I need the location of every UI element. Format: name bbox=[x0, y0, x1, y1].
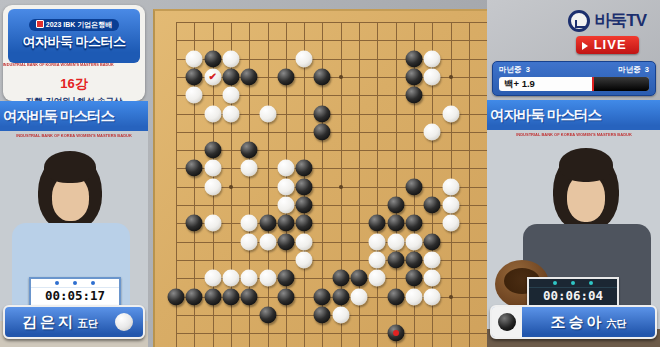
right-player-rank: 六단 bbox=[607, 317, 627, 331]
white-stone bbox=[222, 105, 239, 122]
ai-right-label: 마넌중 3 bbox=[618, 65, 649, 75]
grid-line bbox=[176, 40, 490, 41]
black-stone bbox=[168, 288, 185, 305]
grid-line bbox=[176, 168, 490, 169]
right-player-name: 조승아 bbox=[551, 313, 605, 332]
white-stone bbox=[424, 123, 441, 140]
white-stone bbox=[405, 288, 422, 305]
white-stone bbox=[424, 251, 441, 268]
white-stone bbox=[277, 197, 294, 214]
white-stone bbox=[186, 50, 203, 67]
last-move-check-mark: ✔ bbox=[208, 71, 216, 82]
black-stone bbox=[222, 68, 239, 85]
black-stone bbox=[314, 288, 331, 305]
black-stone bbox=[387, 251, 404, 268]
black-stone bbox=[186, 288, 203, 305]
black-stone bbox=[314, 105, 331, 122]
black-stone bbox=[351, 270, 368, 287]
white-stone bbox=[204, 215, 221, 232]
hoshi-point bbox=[229, 185, 233, 189]
white-stone bbox=[369, 233, 386, 250]
black-stone-icon bbox=[498, 313, 516, 331]
white-stone bbox=[369, 251, 386, 268]
black-stone bbox=[296, 178, 313, 195]
grid-line bbox=[268, 22, 269, 347]
black-stone-box bbox=[492, 307, 522, 337]
black-stone bbox=[204, 50, 221, 67]
left-player-nameplate: 김은지 五단 bbox=[3, 305, 145, 339]
grid-line bbox=[176, 22, 490, 23]
right-panel: 바둑TV LIVE 마넌중 3 마넌중 3 백+ 1.9 여자바둑 마스터스 I… bbox=[487, 0, 660, 347]
white-stone bbox=[186, 87, 203, 104]
studio-banner-right: 여자바둑 마스터스 bbox=[487, 100, 660, 130]
black-stone bbox=[405, 215, 422, 232]
ai-score-text: 백+ 1.9 bbox=[504, 78, 535, 91]
black-stone bbox=[369, 215, 386, 232]
white-stone bbox=[332, 306, 349, 323]
black-stone bbox=[296, 160, 313, 177]
black-stone bbox=[186, 160, 203, 177]
white-stone bbox=[369, 270, 386, 287]
white-stone bbox=[204, 270, 221, 287]
white-stone bbox=[259, 270, 276, 287]
ai-bar-tick bbox=[592, 77, 594, 91]
black-stone bbox=[259, 215, 276, 232]
black-stone bbox=[259, 306, 276, 323]
right-player-clock: 00:06:04 bbox=[527, 277, 619, 308]
event-pill: 2023 IBK 기업은행배 bbox=[29, 19, 120, 31]
black-stone bbox=[186, 68, 203, 85]
grid-line bbox=[176, 150, 490, 151]
black-stone bbox=[424, 233, 441, 250]
live-badge: LIVE bbox=[576, 36, 639, 54]
left-clock-time: 00:05:17 bbox=[31, 288, 119, 304]
black-stone bbox=[277, 270, 294, 287]
studio-banner-caption-right: INDUSTRIAL BANK OF KOREA WOMEN'S MASTERS… bbox=[487, 132, 660, 137]
white-stone bbox=[222, 87, 239, 104]
white-stone bbox=[277, 178, 294, 195]
white-stone bbox=[259, 105, 276, 122]
hoshi-point bbox=[339, 75, 343, 79]
white-stone bbox=[241, 160, 258, 177]
hoshi-point bbox=[449, 295, 453, 299]
white-stone bbox=[241, 215, 258, 232]
left-panel: 2023 IBK 기업은행배 여자바둑 마스터스 INDUSTRIAL BANK… bbox=[0, 0, 148, 347]
white-stone bbox=[387, 233, 404, 250]
right-clock-time: 00:06:04 bbox=[529, 288, 617, 304]
white-stone bbox=[424, 270, 441, 287]
grid-line bbox=[176, 333, 490, 334]
black-stone bbox=[277, 215, 294, 232]
black-stone bbox=[222, 288, 239, 305]
grid-line bbox=[377, 22, 378, 347]
black-stone bbox=[387, 215, 404, 232]
white-stone bbox=[424, 50, 441, 67]
white-stone bbox=[424, 288, 441, 305]
event-header-card: 2023 IBK 기업은행배 여자바둑 마스터스 INDUSTRIAL BANK… bbox=[3, 5, 145, 101]
clock-dots bbox=[529, 279, 617, 288]
white-stone bbox=[277, 160, 294, 177]
clock-dots bbox=[31, 279, 119, 288]
black-stone bbox=[277, 288, 294, 305]
white-stone bbox=[204, 178, 221, 195]
white-stone bbox=[222, 270, 239, 287]
white-stone-icon bbox=[115, 313, 133, 331]
ibk-logo-icon bbox=[36, 20, 44, 28]
channel-logo: 바둑TV LIVE bbox=[568, 9, 646, 54]
black-stone bbox=[405, 68, 422, 85]
studio-banner-left: 여자바둑 마스터스 bbox=[0, 101, 148, 131]
grid-line bbox=[176, 260, 490, 261]
white-stone bbox=[296, 233, 313, 250]
black-stone bbox=[296, 215, 313, 232]
black-stone bbox=[314, 123, 331, 140]
left-player-hair-top bbox=[44, 151, 96, 183]
white-stone bbox=[259, 233, 276, 250]
black-stone bbox=[405, 251, 422, 268]
studio-banner-caption-left: INDUSTRIAL BANK OF KOREA WOMEN'S MASTERS… bbox=[0, 133, 148, 138]
black-stone bbox=[186, 215, 203, 232]
black-stone bbox=[296, 197, 313, 214]
white-stone bbox=[204, 105, 221, 122]
white-stone bbox=[442, 197, 459, 214]
black-stone bbox=[424, 197, 441, 214]
ai-bar-black-segment bbox=[594, 77, 650, 91]
hoshi-point bbox=[449, 75, 453, 79]
right-player-hair-top bbox=[559, 148, 613, 182]
black-stone bbox=[405, 87, 422, 104]
black-stone bbox=[204, 142, 221, 159]
round-label: 16강 bbox=[3, 75, 145, 93]
white-stone bbox=[442, 215, 459, 232]
event-title: 여자바둑 마스터스 bbox=[8, 33, 140, 51]
white-stone bbox=[296, 251, 313, 268]
white-stone bbox=[442, 178, 459, 195]
ai-score-card: 마넌중 3 마넌중 3 백+ 1.9 bbox=[492, 61, 656, 96]
white-stone bbox=[222, 50, 239, 67]
black-stone bbox=[405, 50, 422, 67]
black-stone bbox=[241, 68, 258, 85]
left-player-rank: 五단 bbox=[78, 317, 98, 331]
event-caption: INDUSTRIAL BANK OF KOREA WOMEN'S MASTERS… bbox=[3, 63, 145, 67]
black-stone bbox=[405, 178, 422, 195]
white-stone bbox=[241, 270, 258, 287]
black-stone bbox=[387, 197, 404, 214]
white-stone bbox=[204, 160, 221, 177]
black-stone bbox=[241, 142, 258, 159]
white-stone bbox=[424, 68, 441, 85]
white-stone bbox=[241, 233, 258, 250]
right-player-nameplate: 조승아 六단 bbox=[490, 305, 657, 339]
black-stone bbox=[314, 68, 331, 85]
white-stone bbox=[351, 288, 368, 305]
black-stone bbox=[277, 233, 294, 250]
grid-line bbox=[469, 22, 470, 347]
black-stone bbox=[405, 270, 422, 287]
white-stone bbox=[442, 105, 459, 122]
white-stone bbox=[405, 233, 422, 250]
black-stone bbox=[241, 288, 258, 305]
black-stone bbox=[332, 270, 349, 287]
black-stone bbox=[204, 288, 221, 305]
last-move-dot-mark bbox=[393, 330, 399, 336]
baduktv-icon bbox=[568, 10, 590, 32]
black-stone bbox=[332, 288, 349, 305]
channel-name: 바둑TV bbox=[594, 9, 646, 32]
go-board[interactable]: ✔ bbox=[148, 0, 490, 347]
left-player-clock: 00:05:17 bbox=[29, 277, 121, 308]
black-stone bbox=[277, 68, 294, 85]
hoshi-point bbox=[339, 185, 343, 189]
black-stone bbox=[387, 288, 404, 305]
white-stone bbox=[296, 50, 313, 67]
ai-score-bar: 백+ 1.9 bbox=[499, 77, 649, 91]
grid-line bbox=[176, 242, 490, 243]
black-stone bbox=[314, 306, 331, 323]
grid-line bbox=[176, 132, 490, 133]
board-surface[interactable]: ✔ bbox=[148, 0, 490, 347]
ai-left-label: 마넌중 3 bbox=[499, 65, 530, 75]
event-logo: 2023 IBK 기업은행배 여자바둑 마스터스 bbox=[8, 9, 140, 63]
left-player-name: 김은지 bbox=[22, 313, 76, 332]
